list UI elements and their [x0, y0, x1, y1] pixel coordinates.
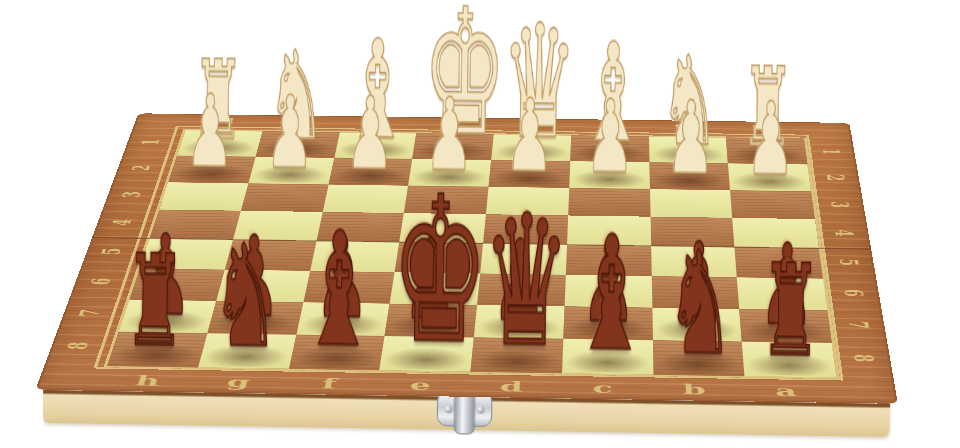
screw-icon — [477, 406, 485, 414]
file-label-near-c: c — [557, 377, 649, 399]
file-label-near-f: f — [282, 372, 377, 394]
square-h3[interactable] — [159, 182, 248, 211]
chess-board: 12345678 12345678 hgfedcba hgfedcba ♜♞♝♚… — [35, 113, 897, 404]
rank-label-right-1: 1 — [795, 144, 869, 159]
file-label-near-b: b — [648, 378, 740, 400]
piece-white-pawn-a2[interactable]: ♟ — [739, 91, 803, 187]
file-label-far-e: e — [415, 117, 492, 130]
file-label-far-h: h — [187, 114, 266, 127]
square-e8[interactable]: ♚ — [379, 336, 473, 372]
square-h8[interactable]: ♜ — [107, 332, 207, 367]
piece-white-pawn-c2[interactable]: ♟ — [578, 89, 642, 185]
file-label-far-a: a — [720, 121, 798, 134]
file-label-far-g: g — [263, 115, 342, 128]
file-label-far-d: d — [491, 118, 568, 131]
piece-white-pawn-b2[interactable]: ♟ — [658, 90, 722, 186]
piece-black-knight-g8[interactable]: ♞ — [209, 228, 281, 363]
photo-scene: 12345678 12345678 hgfedcba hgfedcba ♜♞♝♚… — [0, 0, 960, 448]
piece-black-rook-a8[interactable]: ♜ — [754, 251, 827, 372]
square-h2[interactable]: ♟ — [168, 156, 255, 184]
square-g8[interactable]: ♞ — [198, 333, 296, 369]
screw-icon — [445, 405, 453, 413]
square-f8[interactable]: ♝ — [289, 335, 385, 371]
piece-black-rook-h8[interactable]: ♜ — [119, 242, 191, 362]
square-b2[interactable]: ♟ — [649, 162, 730, 190]
clasp-latch-icon — [437, 391, 493, 427]
piece-black-bishop-f8[interactable]: ♝ — [300, 215, 373, 365]
file-label-near-a: a — [739, 380, 833, 402]
piece-black-bishop-c8[interactable]: ♝ — [572, 219, 645, 370]
rank-label-left-3: 3 — [92, 187, 170, 203]
rank-label-right-2: 2 — [799, 170, 874, 186]
piece-black-queen-d8[interactable]: ♛ — [481, 195, 554, 368]
file-label-near-g: g — [190, 371, 286, 393]
file-label-far-f: f — [339, 116, 417, 129]
rank-label-left-2: 2 — [102, 160, 179, 175]
square-c8[interactable]: ♝ — [562, 339, 653, 375]
piece-black-king-e8[interactable]: ♚ — [390, 174, 464, 366]
file-label-near-h: h — [99, 370, 196, 392]
square-g2[interactable]: ♟ — [248, 157, 334, 185]
piece-black-knight-b8[interactable]: ♞ — [663, 235, 736, 371]
square-b3[interactable] — [650, 189, 733, 218]
board-grid: ♜♞♝♚♛♝♞♜♟♟♟♟♟♟♟♟♟♟♟♟♟♟♟♟♜♞♝♚♛♝♞♜ — [104, 129, 840, 379]
rank-label-left-1: 1 — [112, 135, 187, 150]
square-c2[interactable]: ♟ — [569, 161, 650, 189]
piece-white-pawn-h2[interactable]: ♟ — [178, 84, 241, 179]
latch-tongue-icon — [454, 388, 476, 435]
file-label-far-c: c — [568, 119, 645, 132]
square-a8[interactable]: ♜ — [742, 342, 836, 378]
square-b8[interactable]: ♞ — [652, 340, 744, 376]
file-label-far-b: b — [644, 120, 721, 133]
rank-label-right-3: 3 — [802, 197, 879, 213]
piece-white-pawn-d2[interactable]: ♟ — [498, 88, 562, 184]
board-border: ♜♞♝♚♛♝♞♜♟♟♟♟♟♟♟♟♟♟♟♟♟♟♟♟♜♞♝♚♛♝♞♜ — [93, 126, 843, 380]
piece-white-pawn-g2[interactable]: ♟ — [258, 85, 322, 181]
